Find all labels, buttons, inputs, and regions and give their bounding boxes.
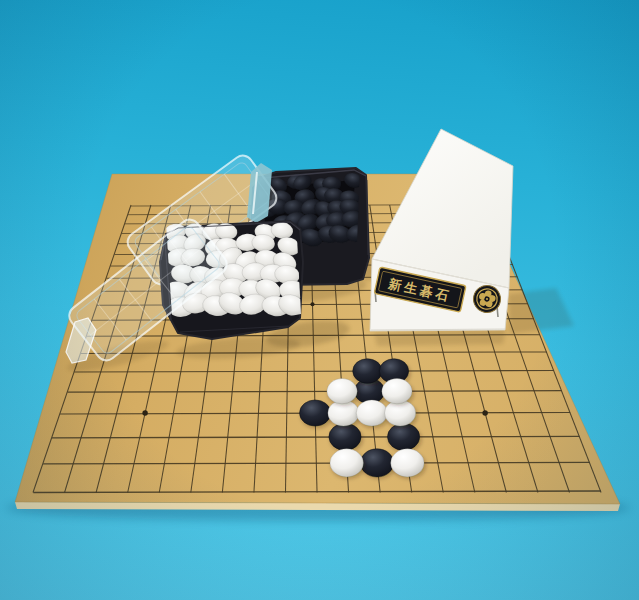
black-stone bbox=[353, 359, 382, 384]
white-stone bbox=[356, 400, 387, 426]
white-stone bbox=[327, 378, 357, 403]
white-stone bbox=[391, 449, 424, 477]
go-stone-box: 新生碁石 bbox=[370, 129, 513, 331]
black-stone bbox=[300, 400, 331, 426]
scene-canvas: 新生碁石 bbox=[0, 0, 639, 600]
star-point bbox=[482, 410, 487, 415]
star-point bbox=[310, 302, 314, 306]
go-set-photo: 新生碁石 bbox=[0, 0, 639, 600]
black-stone bbox=[360, 449, 393, 477]
white-stone bbox=[382, 378, 412, 403]
star-point bbox=[142, 410, 147, 415]
white-stone bbox=[330, 449, 363, 477]
